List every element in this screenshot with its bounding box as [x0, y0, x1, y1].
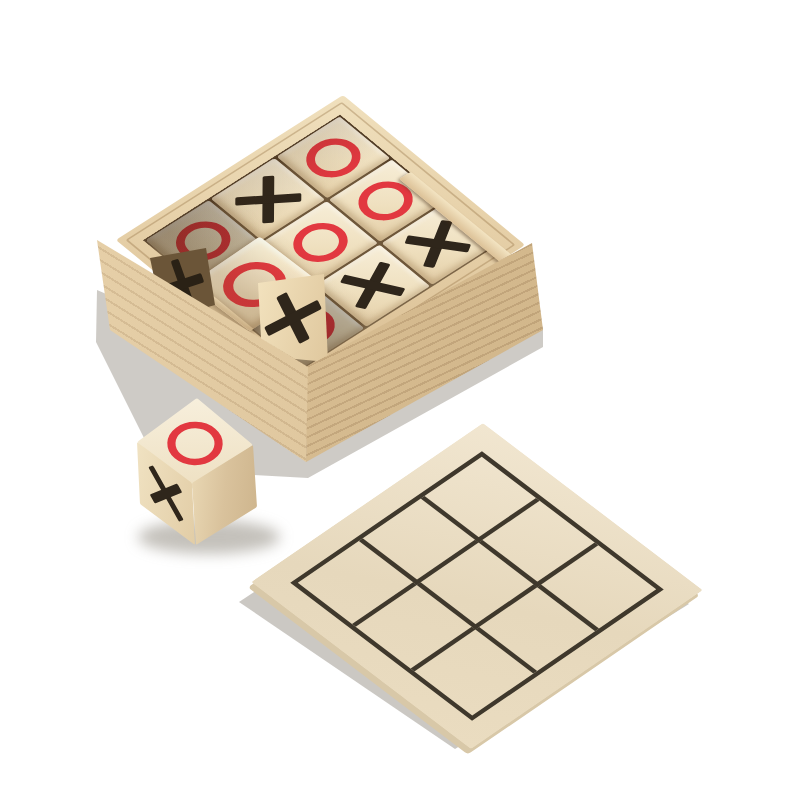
playing-board: [251, 423, 703, 749]
board-surface: [251, 423, 703, 749]
x-mark-icon: [255, 285, 331, 351]
box-cube-front-face: [256, 272, 330, 364]
o-mark-icon: [295, 130, 371, 185]
x-mark-icon: [155, 250, 211, 318]
board-grid: [290, 451, 663, 721]
product-photo-scene: [0, 0, 800, 800]
